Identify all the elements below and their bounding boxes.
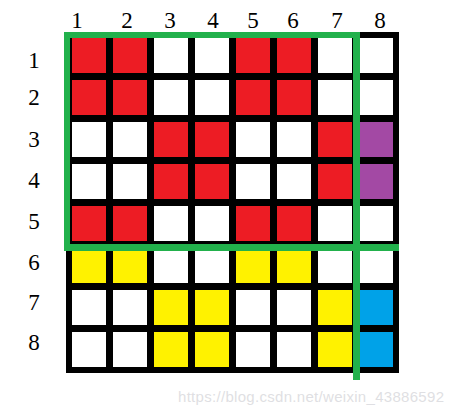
cell-r2c6 [277,80,311,115]
cell-r7c7 [318,290,352,325]
cell-r4c7 [318,164,352,199]
cell-r1c8 [359,38,393,73]
highlight-rect-top-edge [64,32,360,38]
cell-r8c4 [195,332,229,367]
highlight-rect-bottom-edge [64,244,399,251]
column-label-2: 2 [121,9,133,32]
cell-r4c1 [72,164,106,199]
row-label-7: 7 [28,291,40,314]
cell-r2c8 [359,80,393,115]
column-label-7: 7 [331,9,343,32]
cell-r2c7 [318,80,352,115]
cell-r3c6 [277,122,311,157]
row-label-2: 2 [28,86,40,109]
cell-r7c5 [236,290,270,325]
column-label-8: 8 [374,9,386,32]
row-label-6: 6 [28,251,40,274]
cell-r8c7 [318,332,352,367]
cell-r5c1 [72,206,106,241]
cell-r7c2 [113,290,147,325]
row-label-5: 5 [28,210,40,233]
cell-r6c6 [277,248,311,283]
cell-r8c2 [113,332,147,367]
cell-r8c1 [72,332,106,367]
cell-r3c1 [72,122,106,157]
cell-r3c2 [113,122,147,157]
cell-r7c6 [277,290,311,325]
cell-r3c4 [195,122,229,157]
cell-r1c6 [277,38,311,73]
row-label-3: 3 [28,128,40,151]
highlight-rect-left-edge [64,32,70,251]
cell-r1c4 [195,38,229,73]
cell-r3c5 [236,122,270,157]
cell-r6c7 [318,248,352,283]
cell-r4c3 [154,164,188,199]
cell-r6c5 [236,248,270,283]
cell-r5c8 [359,206,393,241]
cell-r7c4 [195,290,229,325]
column-label-6: 6 [287,9,299,32]
row-label-1: 1 [28,49,40,72]
cell-r2c2 [113,80,147,115]
cell-r5c7 [318,206,352,241]
cell-r6c2 [113,248,147,283]
cell-r5c3 [154,206,188,241]
cell-r8c8 [359,332,393,367]
cell-r5c5 [236,206,270,241]
cell-r2c4 [195,80,229,115]
cell-r6c4 [195,248,229,283]
column-label-1: 1 [71,9,83,32]
cell-r4c8 [359,164,393,199]
cell-r3c3 [154,122,188,157]
cell-r1c2 [113,38,147,73]
watermark-url: https://blog.csdn.net/weixin_43886592 [178,388,444,405]
cell-r8c3 [154,332,188,367]
board-grid [66,32,399,373]
column-label-5: 5 [247,9,259,32]
cell-r4c5 [236,164,270,199]
cell-r7c3 [154,290,188,325]
cell-r2c1 [72,80,106,115]
cell-r6c8 [359,248,393,283]
cell-r5c2 [113,206,147,241]
cell-r1c7 [318,38,352,73]
cell-r1c3 [154,38,188,73]
cell-r5c4 [195,206,229,241]
highlight-rect-right-edge [353,32,360,380]
cell-r8c6 [277,332,311,367]
row-label-8: 8 [28,331,40,354]
column-label-4: 4 [207,9,219,32]
row-label-4: 4 [28,169,40,192]
cell-r2c3 [154,80,188,115]
cell-r7c1 [72,290,106,325]
cell-r4c6 [277,164,311,199]
cell-r1c5 [236,38,270,73]
column-label-3: 3 [164,9,176,32]
cell-r1c1 [72,38,106,73]
cell-r3c7 [318,122,352,157]
cell-r5c6 [277,206,311,241]
grid-diagram: 12345678 12345678 https://blog.csdn.net/… [0,0,461,413]
cell-r4c4 [195,164,229,199]
cell-r7c8 [359,290,393,325]
cell-r6c1 [72,248,106,283]
cell-r3c8 [359,122,393,157]
cell-r2c5 [236,80,270,115]
cell-r6c3 [154,248,188,283]
cell-r4c2 [113,164,147,199]
cell-r8c5 [236,332,270,367]
